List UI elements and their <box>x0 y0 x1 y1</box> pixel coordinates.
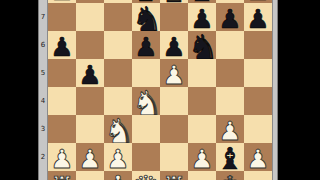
square-d3[interactable] <box>132 115 160 143</box>
white-pawn-piece: ♟ <box>48 145 76 173</box>
square-c2[interactable]: ♟ <box>104 143 132 171</box>
white-pawn-piece: ♟ <box>76 145 104 173</box>
rank-label-7: 7 <box>38 3 48 31</box>
rank-label-3: 3 <box>38 115 48 143</box>
square-b5[interactable]: ♟ <box>76 59 104 87</box>
square-h2[interactable]: ♟ <box>244 143 272 171</box>
square-g6[interactable] <box>216 31 244 59</box>
white-queen-piece: ♛ <box>132 173 160 180</box>
square-c7[interactable] <box>104 3 132 31</box>
white-rook-piece: ♜ <box>48 173 76 180</box>
square-f6[interactable]: ♞ <box>188 31 216 59</box>
white-knight-piece: ♞ <box>104 117 132 145</box>
black-bishop-piece: ♝ <box>216 145 244 173</box>
black-knight-piece: ♞ <box>132 5 160 33</box>
square-a6[interactable]: ♟ <box>48 31 76 59</box>
square-d7[interactable]: ♞ <box>132 3 160 31</box>
square-f4[interactable] <box>188 87 216 115</box>
square-g7[interactable]: ♟ <box>216 3 244 31</box>
square-d1[interactable]: ♛ <box>132 171 160 180</box>
square-h7[interactable]: ♟ <box>244 3 272 31</box>
square-f1[interactable] <box>188 171 216 180</box>
square-h6[interactable] <box>244 31 272 59</box>
square-e5[interactable]: ♟ <box>160 59 188 87</box>
square-b1[interactable] <box>76 171 104 180</box>
square-b3[interactable] <box>76 115 104 143</box>
square-e6[interactable]: ♟ <box>160 31 188 59</box>
black-pawn-piece: ♟ <box>48 33 76 61</box>
chess-app-screenshot: ♜♛♚♝♜♞♟♟♟♟♟♟♞♟♟♞♞♟♟♟♟♟♝♟♜♝♛♜♚ 87654321 <box>0 0 320 180</box>
white-king-piece: ♚ <box>216 173 244 180</box>
black-knight-piece: ♞ <box>188 33 216 61</box>
white-rook-piece: ♜ <box>160 173 188 180</box>
square-h1[interactable] <box>244 171 272 180</box>
square-b4[interactable] <box>76 87 104 115</box>
rank-label-2: 2 <box>38 143 48 171</box>
rank-label-1: 1 <box>38 171 48 180</box>
white-pawn-piece: ♟ <box>244 145 272 173</box>
square-h4[interactable] <box>244 87 272 115</box>
square-h3[interactable] <box>244 115 272 143</box>
square-c3[interactable]: ♞ <box>104 115 132 143</box>
square-f2[interactable]: ♟ <box>188 143 216 171</box>
black-pawn-piece: ♟ <box>160 33 188 61</box>
square-e4[interactable] <box>160 87 188 115</box>
square-e2[interactable] <box>160 143 188 171</box>
white-pawn-piece: ♟ <box>216 117 244 145</box>
square-c5[interactable] <box>104 59 132 87</box>
black-pawn-piece: ♟ <box>132 33 160 61</box>
white-pawn-piece: ♟ <box>188 145 216 173</box>
chessboard: ♜♛♚♝♜♞♟♟♟♟♟♟♞♟♟♞♞♟♟♟♟♟♝♟♜♝♛♜♚ <box>48 0 272 180</box>
square-g1[interactable]: ♚ <box>216 171 244 180</box>
square-g2[interactable]: ♝ <box>216 143 244 171</box>
square-c1[interactable]: ♝ <box>104 171 132 180</box>
square-a7[interactable] <box>48 3 76 31</box>
black-pawn-piece: ♟ <box>76 61 104 89</box>
square-d6[interactable]: ♟ <box>132 31 160 59</box>
rank-label-4: 4 <box>38 87 48 115</box>
square-h5[interactable] <box>244 59 272 87</box>
square-f3[interactable] <box>188 115 216 143</box>
square-e7[interactable] <box>160 3 188 31</box>
square-g5[interactable] <box>216 59 244 87</box>
white-pawn-piece: ♟ <box>160 61 188 89</box>
white-knight-piece: ♞ <box>132 89 160 117</box>
square-d5[interactable] <box>132 59 160 87</box>
rank-label-6: 6 <box>38 31 48 59</box>
square-b2[interactable]: ♟ <box>76 143 104 171</box>
square-c6[interactable] <box>104 31 132 59</box>
square-c4[interactable] <box>104 87 132 115</box>
rank-label-5: 5 <box>38 59 48 87</box>
square-a3[interactable] <box>48 115 76 143</box>
white-bishop-piece: ♝ <box>104 173 132 180</box>
square-f7[interactable]: ♟ <box>188 3 216 31</box>
white-pawn-piece: ♟ <box>104 145 132 173</box>
square-d4[interactable]: ♞ <box>132 87 160 115</box>
black-pawn-piece: ♟ <box>244 5 272 33</box>
square-e3[interactable] <box>160 115 188 143</box>
square-d2[interactable] <box>132 143 160 171</box>
black-pawn-piece: ♟ <box>216 5 244 33</box>
square-g3[interactable]: ♟ <box>216 115 244 143</box>
rank-label-strip: 87654321 <box>38 0 48 180</box>
black-pawn-piece: ♟ <box>188 5 216 33</box>
square-a2[interactable]: ♟ <box>48 143 76 171</box>
square-e1[interactable]: ♜ <box>160 171 188 180</box>
square-b6[interactable] <box>76 31 104 59</box>
square-b7[interactable] <box>76 3 104 31</box>
square-a1[interactable]: ♜ <box>48 171 76 180</box>
square-a4[interactable] <box>48 87 76 115</box>
square-a5[interactable] <box>48 59 76 87</box>
square-g4[interactable] <box>216 87 244 115</box>
square-f5[interactable] <box>188 59 216 87</box>
